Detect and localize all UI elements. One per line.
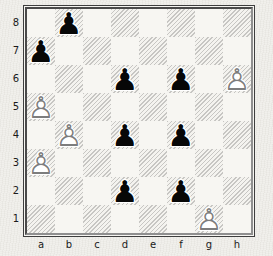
square-d8 [111,9,139,37]
file-label-g: g [195,239,223,250]
board-frame-inner: ♟♟♟♟♟♙♟♙♟♙♟♟♟♙♟♟♟♙ [25,7,253,235]
square-c6 [83,65,111,93]
rank-label-5: 5 [0,93,19,121]
file-labels: abcdefgh [27,239,251,250]
square-f4: ♟ [167,121,195,149]
square-d3 [111,149,139,177]
square-e2 [139,177,167,205]
square-b7 [55,37,83,65]
square-g4 [195,121,223,149]
file-label-d: d [111,239,139,250]
rank-label-7: 7 [0,37,19,65]
square-b5 [55,93,83,121]
square-b2 [55,177,83,205]
board-frame: ♟♟♟♟♟♙♟♙♟♙♟♟♟♙♟♟♟♙ [23,5,255,237]
square-e7 [139,37,167,65]
piece-white-pawn: ♟♙ [223,65,251,93]
square-a4 [27,121,55,149]
square-c3 [83,149,111,177]
square-a6 [27,65,55,93]
piece-white-pawn: ♟♙ [55,121,83,149]
square-a8 [27,9,55,37]
square-b4: ♟♙ [55,121,83,149]
piece-black-pawn: ♟ [111,65,139,93]
square-g5 [195,93,223,121]
piece-black-pawn: ♟ [111,121,139,149]
square-g3 [195,149,223,177]
piece-black-pawn: ♟ [167,121,195,149]
file-label-e: e [139,239,167,250]
square-g8 [195,9,223,37]
rank-label-8: 8 [0,9,19,37]
square-f5 [167,93,195,121]
square-c8 [83,9,111,37]
piece-black-pawn: ♟ [167,177,195,205]
square-h2 [223,177,251,205]
square-d4: ♟ [111,121,139,149]
square-h8 [223,9,251,37]
piece-black-pawn: ♟ [27,37,55,65]
square-f1 [167,205,195,233]
square-c5 [83,93,111,121]
square-d1 [111,205,139,233]
square-h3 [223,149,251,177]
square-f2: ♟ [167,177,195,205]
square-a5: ♟♙ [27,93,55,121]
square-g1: ♟♙ [195,205,223,233]
square-h1 [223,205,251,233]
square-h7 [223,37,251,65]
square-a2 [27,177,55,205]
piece-white-pawn: ♟♙ [195,205,223,233]
square-d2: ♟ [111,177,139,205]
square-e1 [139,205,167,233]
square-b1 [55,205,83,233]
piece-white-pawn: ♟♙ [27,149,55,177]
square-h5 [223,93,251,121]
piece-black-pawn: ♟ [167,65,195,93]
square-d6: ♟ [111,65,139,93]
rank-label-4: 4 [0,121,19,149]
file-label-c: c [83,239,111,250]
square-f8 [167,9,195,37]
square-d7 [111,37,139,65]
piece-white-pawn: ♟♙ [27,93,55,121]
rank-label-2: 2 [0,177,19,205]
square-f3 [167,149,195,177]
rank-label-1: 1 [0,205,19,233]
file-label-f: f [167,239,195,250]
square-a3: ♟♙ [27,149,55,177]
square-b6 [55,65,83,93]
square-h4 [223,121,251,149]
square-c7 [83,37,111,65]
square-c2 [83,177,111,205]
square-b3 [55,149,83,177]
square-e4 [139,121,167,149]
file-label-h: h [223,239,251,250]
square-e5 [139,93,167,121]
square-h6: ♟♙ [223,65,251,93]
file-label-a: a [27,239,55,250]
piece-black-pawn: ♟ [111,177,139,205]
piece-black-pawn: ♟ [55,9,83,37]
rank-label-3: 3 [0,149,19,177]
square-c1 [83,205,111,233]
square-a1 [27,205,55,233]
square-a7: ♟ [27,37,55,65]
rank-labels: 87654321 [0,9,19,233]
square-e3 [139,149,167,177]
square-d5 [111,93,139,121]
square-g2 [195,177,223,205]
square-g7 [195,37,223,65]
square-f7 [167,37,195,65]
square-b8: ♟ [55,9,83,37]
square-e8 [139,9,167,37]
rank-label-6: 6 [0,65,19,93]
file-label-b: b [55,239,83,250]
chess-board: ♟♟♟♟♟♙♟♙♟♙♟♟♟♙♟♟♟♙ [27,9,251,233]
square-c4 [83,121,111,149]
square-f6: ♟ [167,65,195,93]
page: { "game": "chess", "diagram_type": "prin… [0,0,273,256]
square-e6 [139,65,167,93]
square-g6 [195,65,223,93]
